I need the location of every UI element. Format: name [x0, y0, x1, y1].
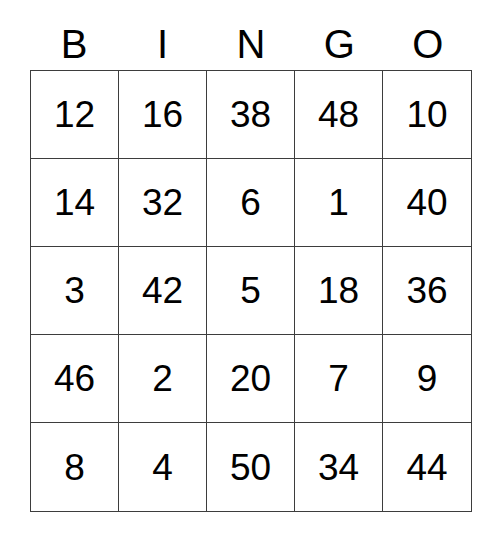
bingo-card-page: BINGO 1216384810143261403425183646220798… [0, 0, 500, 544]
cell-r1c1: 12 [31, 71, 119, 159]
cell-r1c5: 10 [383, 71, 471, 159]
cell-r2c3: 6 [207, 159, 295, 247]
header-letter-g: G [295, 0, 383, 70]
cell-r5c4: 34 [295, 423, 383, 511]
cell-r3c1: 3 [31, 247, 119, 335]
header-letter-n: N [207, 0, 295, 70]
cell-r3c3: 5 [207, 247, 295, 335]
cell-r2c1: 14 [31, 159, 119, 247]
cell-r5c5: 44 [383, 423, 471, 511]
cell-r1c3: 38 [207, 71, 295, 159]
bingo-header-row: BINGO [30, 0, 472, 70]
cell-r3c5: 36 [383, 247, 471, 335]
bingo-board: 1216384810143261403425183646220798450344… [30, 70, 472, 512]
cell-r2c5: 40 [383, 159, 471, 247]
header-letter-b: B [30, 0, 118, 70]
cell-r4c3: 20 [207, 335, 295, 423]
header-letter-i: I [118, 0, 206, 70]
cell-r1c2: 16 [119, 71, 207, 159]
cell-r5c3: 50 [207, 423, 295, 511]
cell-r4c2: 2 [119, 335, 207, 423]
cell-r1c4: 48 [295, 71, 383, 159]
cell-r5c2: 4 [119, 423, 207, 511]
header-letter-o: O [384, 0, 472, 70]
cell-r3c2: 42 [119, 247, 207, 335]
cell-r2c2: 32 [119, 159, 207, 247]
cell-r4c1: 46 [31, 335, 119, 423]
cell-r4c5: 9 [383, 335, 471, 423]
cell-r3c4: 18 [295, 247, 383, 335]
cell-r5c1: 8 [31, 423, 119, 511]
cell-r2c4: 1 [295, 159, 383, 247]
cell-r4c4: 7 [295, 335, 383, 423]
